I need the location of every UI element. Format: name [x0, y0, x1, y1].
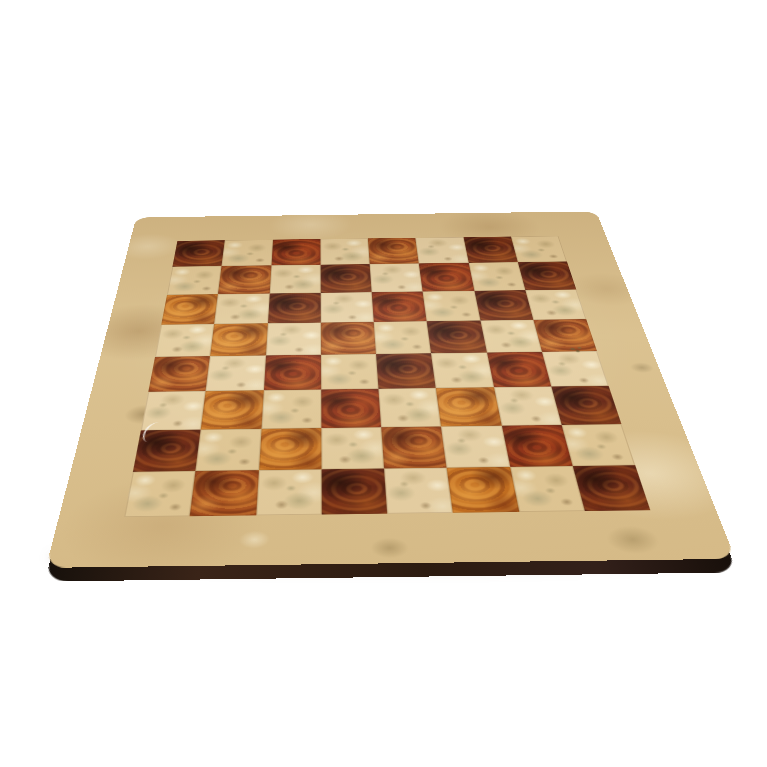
square-b2 [196, 428, 261, 470]
square-c5 [266, 322, 321, 355]
scene-perspective [0, 0, 767, 767]
square-d4 [321, 354, 379, 390]
square-d6 [320, 292, 373, 323]
square-e3 [378, 388, 441, 427]
square-b8 [222, 240, 273, 266]
square-h4 [542, 351, 609, 387]
square-c4 [263, 355, 321, 391]
square-h8 [511, 236, 567, 262]
square-b3 [201, 390, 263, 429]
square-f5 [427, 320, 487, 353]
square-f4 [431, 353, 493, 389]
square-c3 [261, 390, 321, 429]
square-g4 [486, 352, 551, 388]
square-g3 [494, 387, 562, 426]
square-e1 [384, 467, 453, 513]
square-b5 [210, 323, 267, 356]
square-a5 [155, 324, 214, 357]
square-e5 [374, 321, 432, 354]
square-e6 [372, 291, 427, 322]
square-h3 [551, 386, 621, 425]
square-d1 [321, 468, 387, 514]
square-b6 [214, 293, 269, 324]
square-f2 [441, 425, 509, 467]
square-d5 [321, 322, 376, 355]
square-g8 [463, 237, 518, 263]
square-c8 [271, 239, 320, 265]
square-c6 [267, 293, 320, 324]
square-h6 [525, 289, 586, 319]
board-grid [124, 236, 650, 517]
square-f8 [415, 237, 468, 263]
square-h7 [518, 262, 577, 290]
square-a1 [124, 471, 196, 517]
square-d7 [320, 264, 371, 292]
square-a8 [172, 240, 225, 267]
fossil-fleck [566, 345, 586, 352]
square-h1 [572, 465, 650, 511]
square-e4 [376, 353, 436, 389]
square-d3 [321, 389, 381, 428]
square-d8 [320, 238, 369, 264]
square-b1 [190, 470, 259, 516]
square-h2 [561, 424, 635, 466]
chess-board [46, 211, 736, 567]
square-h5 [533, 319, 597, 352]
square-c2 [258, 428, 321, 470]
square-f6 [423, 291, 480, 321]
square-c1 [256, 469, 322, 515]
product-photo [0, 0, 767, 767]
square-a6 [161, 294, 218, 325]
square-e2 [381, 426, 447, 468]
square-e7 [370, 264, 423, 292]
square-a4 [148, 356, 210, 392]
square-g6 [474, 290, 533, 320]
square-g5 [480, 320, 542, 353]
square-c7 [269, 265, 320, 293]
square-a7 [167, 266, 222, 294]
square-d2 [321, 427, 384, 469]
square-b4 [206, 355, 266, 391]
square-e8 [368, 238, 419, 264]
square-g2 [501, 425, 572, 467]
square-f7 [419, 263, 474, 291]
square-b7 [218, 265, 271, 293]
square-g7 [468, 262, 525, 290]
square-f3 [436, 387, 501, 426]
square-f1 [447, 467, 519, 513]
